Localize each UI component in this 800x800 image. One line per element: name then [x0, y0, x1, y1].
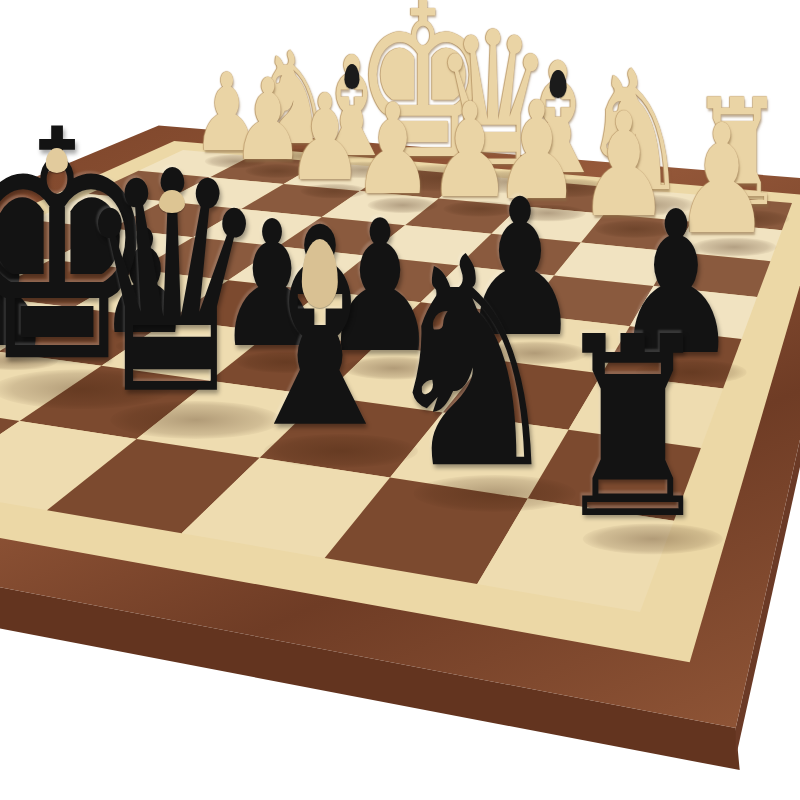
- pieces-layer: ♞♟♝♟♚♛♝♟♟♞♟♟♜♟♟♟♟♟♟♟♟♚♛♝♞♜: [0, 0, 800, 800]
- piece-black-rook-a8[interactable]: ♜: [553, 303, 714, 553]
- chess-set-photo: Wooden chess set in the starting positio…: [0, 0, 800, 800]
- piece-finial-e8: [46, 148, 68, 173]
- piece-black-knight-b8[interactable]: ♞: [379, 220, 565, 509]
- piece-finial-d8: [159, 190, 185, 214]
